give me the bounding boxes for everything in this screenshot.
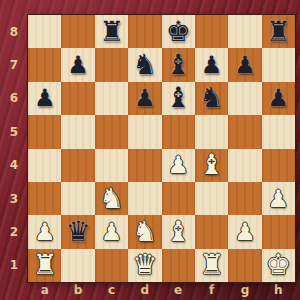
file-label-a: a (28, 281, 61, 298)
square-e7[interactable]: ♝ (162, 48, 195, 81)
file-label-d: d (128, 281, 161, 298)
piece-black-pawn: ♟ (234, 53, 256, 77)
square-d1[interactable]: ♛ (128, 249, 161, 282)
rank-label-3: 3 (0, 182, 28, 215)
piece-white-bishop: ♝ (166, 218, 191, 246)
square-b2[interactable]: ♛ (61, 215, 94, 248)
square-a6[interactable]: ♟ (28, 82, 61, 115)
rank-label-4: 4 (0, 149, 28, 182)
square-c4[interactable] (95, 149, 128, 182)
file-label-e: e (162, 281, 195, 298)
square-h5[interactable] (262, 115, 295, 148)
square-d2[interactable]: ♞ (128, 215, 161, 248)
file-label-g: g (228, 281, 261, 298)
square-f1[interactable]: ♜ (195, 249, 228, 282)
piece-black-knight: ♞ (132, 51, 157, 79)
piece-white-knight: ♞ (99, 185, 124, 213)
square-b5[interactable] (61, 115, 94, 148)
square-e2[interactable]: ♝ (162, 215, 195, 248)
square-a1[interactable]: ♜ (28, 249, 61, 282)
piece-black-rook: ♜ (266, 18, 291, 46)
square-e6[interactable]: ♝ (162, 82, 195, 115)
square-g2[interactable]: ♟ (228, 215, 261, 248)
square-g3[interactable] (228, 182, 261, 215)
rank-label-6: 6 (0, 82, 28, 115)
square-c5[interactable] (95, 115, 128, 148)
square-d8[interactable] (128, 15, 161, 48)
rank-labels: 87654321 (0, 15, 28, 282)
square-a5[interactable] (28, 115, 61, 148)
rank-label-1: 1 (0, 249, 28, 282)
square-a7[interactable] (28, 48, 61, 81)
piece-black-pawn: ♟ (34, 86, 56, 110)
piece-white-pawn: ♟ (268, 187, 290, 211)
piece-white-rook: ♜ (199, 251, 224, 279)
piece-black-queen: ♛ (66, 218, 91, 246)
square-e5[interactable] (162, 115, 195, 148)
square-h3[interactable]: ♟ (262, 182, 295, 215)
square-b3[interactable] (61, 182, 94, 215)
square-b1[interactable] (61, 249, 94, 282)
square-g1[interactable] (228, 249, 261, 282)
piece-black-pawn: ♟ (268, 86, 290, 110)
square-b4[interactable] (61, 149, 94, 182)
square-g4[interactable] (228, 149, 261, 182)
file-label-c: c (95, 281, 128, 298)
square-f3[interactable] (195, 182, 228, 215)
piece-white-pawn: ♟ (167, 153, 189, 177)
piece-white-knight: ♞ (132, 218, 157, 246)
square-g7[interactable]: ♟ (228, 48, 261, 81)
square-h1[interactable]: ♚ (262, 249, 295, 282)
piece-white-king: ♚ (266, 251, 291, 279)
square-d7[interactable]: ♞ (128, 48, 161, 81)
square-c3[interactable]: ♞ (95, 182, 128, 215)
piece-black-bishop: ♝ (166, 84, 191, 112)
rank-label-5: 5 (0, 115, 28, 148)
square-f8[interactable] (195, 15, 228, 48)
file-label-h: h (262, 281, 295, 298)
piece-black-pawn: ♟ (67, 53, 89, 77)
square-h7[interactable] (262, 48, 295, 81)
piece-white-bishop: ♝ (199, 151, 224, 179)
square-f6[interactable]: ♞ (195, 82, 228, 115)
square-a2[interactable]: ♟ (28, 215, 61, 248)
piece-white-pawn: ♟ (234, 220, 256, 244)
square-e1[interactable] (162, 249, 195, 282)
file-label-b: b (61, 281, 94, 298)
square-f5[interactable] (195, 115, 228, 148)
square-b6[interactable] (61, 82, 94, 115)
square-g8[interactable] (228, 15, 261, 48)
square-e4[interactable]: ♟ (162, 149, 195, 182)
piece-white-pawn: ♟ (34, 220, 56, 244)
square-g5[interactable] (228, 115, 261, 148)
square-c7[interactable] (95, 48, 128, 81)
piece-black-bishop: ♝ (166, 51, 191, 79)
square-h2[interactable] (262, 215, 295, 248)
square-h6[interactable]: ♟ (262, 82, 295, 115)
square-c6[interactable] (95, 82, 128, 115)
square-f4[interactable]: ♝ (195, 149, 228, 182)
square-h4[interactable] (262, 149, 295, 182)
square-g6[interactable] (228, 82, 261, 115)
piece-white-pawn: ♟ (101, 220, 123, 244)
square-d6[interactable]: ♟ (128, 82, 161, 115)
square-b7[interactable]: ♟ (61, 48, 94, 81)
rank-label-8: 8 (0, 15, 28, 48)
chess-board-frame: 87654321 abcdefgh ♜♚♜♟♞♝♟♟♟♟♝♞♟♟♝♞♟♟♛♟♞♝… (0, 0, 300, 300)
square-f7[interactable]: ♟ (195, 48, 228, 81)
square-f2[interactable] (195, 215, 228, 248)
square-e8[interactable]: ♚ (162, 15, 195, 48)
square-c8[interactable]: ♜ (95, 15, 128, 48)
square-a8[interactable] (28, 15, 61, 48)
piece-black-knight: ♞ (199, 84, 224, 112)
square-a4[interactable] (28, 149, 61, 182)
piece-black-rook: ♜ (99, 18, 124, 46)
square-a3[interactable] (28, 182, 61, 215)
square-h8[interactable]: ♜ (262, 15, 295, 48)
chess-board: ♜♚♜♟♞♝♟♟♟♟♝♞♟♟♝♞♟♟♛♟♞♝♟♜♛♜♚ (28, 15, 295, 282)
piece-black-pawn: ♟ (201, 53, 223, 77)
square-c1[interactable] (95, 249, 128, 282)
file-labels: abcdefgh (28, 281, 295, 298)
rank-label-7: 7 (0, 48, 28, 81)
square-b8[interactable] (61, 15, 94, 48)
square-c2[interactable]: ♟ (95, 215, 128, 248)
square-d4[interactable] (128, 149, 161, 182)
piece-white-rook: ♜ (32, 251, 57, 279)
square-e3[interactable] (162, 182, 195, 215)
file-label-f: f (195, 281, 228, 298)
piece-black-pawn: ♟ (134, 86, 156, 110)
piece-black-king: ♚ (166, 18, 191, 46)
rank-label-2: 2 (0, 215, 28, 248)
square-d5[interactable] (128, 115, 161, 148)
square-d3[interactable] (128, 182, 161, 215)
piece-white-queen: ♛ (132, 251, 157, 279)
